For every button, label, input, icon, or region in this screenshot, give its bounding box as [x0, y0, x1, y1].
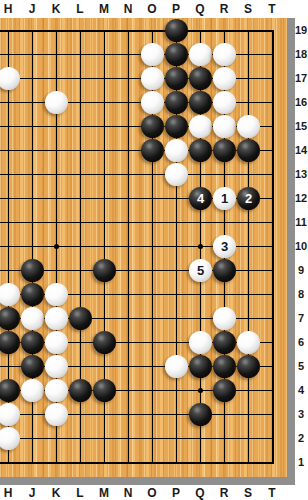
white-stone[interactable] [0, 427, 20, 450]
white-stone[interactable] [45, 91, 68, 114]
white-stone[interactable] [45, 403, 68, 426]
column-label: T [260, 485, 284, 500]
row-label: 15 [294, 118, 308, 134]
grid-line-horizontal [0, 222, 274, 223]
white-stone[interactable] [213, 67, 236, 90]
row-label: 10 [294, 238, 308, 254]
white-stone[interactable] [237, 115, 260, 138]
black-stone[interactable] [165, 67, 188, 90]
white-stone[interactable] [213, 43, 236, 66]
column-label: L [68, 1, 92, 17]
column-label: H [0, 1, 20, 17]
black-stone[interactable] [0, 331, 20, 354]
white-stone[interactable] [45, 283, 68, 306]
black-stone[interactable] [189, 139, 212, 162]
row-label: 19 [294, 22, 308, 38]
move-number: 4 [189, 187, 212, 210]
row-label: 18 [294, 46, 308, 62]
black-stone[interactable] [165, 19, 188, 42]
black-stone[interactable] [93, 379, 116, 402]
column-label: O [140, 1, 164, 17]
row-label: 12 [294, 190, 308, 206]
row-label: 4 [294, 382, 308, 398]
white-stone[interactable] [141, 43, 164, 66]
star-point [198, 244, 203, 249]
go-board[interactable]: 42135 [0, 18, 287, 477]
black-stone[interactable] [141, 115, 164, 138]
black-stone[interactable] [69, 379, 92, 402]
column-label: M [92, 1, 116, 17]
column-label: Q [188, 1, 212, 17]
black-stone[interactable] [213, 331, 236, 354]
column-label: K [44, 485, 68, 500]
white-stone[interactable] [21, 379, 44, 402]
white-stone[interactable] [189, 43, 212, 66]
black-stone[interactable] [93, 259, 116, 282]
column-label: L [68, 485, 92, 500]
white-stone[interactable] [45, 331, 68, 354]
board-edge-shadow-bottom [0, 477, 295, 485]
star-point [54, 244, 59, 249]
black-stone[interactable]: 2 [237, 187, 260, 210]
row-label: 9 [294, 262, 308, 278]
white-stone[interactable] [141, 91, 164, 114]
row-label: 13 [294, 166, 308, 182]
white-stone[interactable] [165, 355, 188, 378]
move-number: 1 [213, 187, 236, 210]
black-stone[interactable] [189, 91, 212, 114]
row-label: 11 [294, 214, 308, 230]
column-label: P [164, 1, 188, 17]
row-label: 8 [294, 286, 308, 302]
black-stone[interactable] [213, 355, 236, 378]
white-stone[interactable]: 1 [213, 187, 236, 210]
column-label: M [92, 485, 116, 500]
white-stone[interactable] [0, 403, 20, 426]
column-label: K [44, 1, 68, 17]
black-stone[interactable] [237, 139, 260, 162]
star-point [198, 388, 203, 393]
black-stone[interactable] [165, 91, 188, 114]
grid-line-vertical [272, 30, 274, 464]
black-stone[interactable] [21, 355, 44, 378]
black-stone[interactable] [0, 379, 20, 402]
grid-line-horizontal [0, 462, 274, 464]
row-label: 1 [294, 454, 308, 470]
row-label: 5 [294, 358, 308, 374]
black-stone[interactable] [237, 355, 260, 378]
black-stone[interactable] [0, 307, 20, 330]
white-stone[interactable] [165, 163, 188, 186]
row-label: 2 [294, 430, 308, 446]
move-number: 2 [237, 187, 260, 210]
black-stone[interactable] [165, 115, 188, 138]
row-label: 3 [294, 406, 308, 422]
row-label: 17 [294, 70, 308, 86]
black-stone[interactable] [141, 139, 164, 162]
grid-line-vertical [128, 30, 129, 464]
black-stone[interactable] [165, 43, 188, 66]
black-stone[interactable] [213, 379, 236, 402]
column-label: S [236, 485, 260, 500]
row-label: 7 [294, 310, 308, 326]
column-label: Q [188, 485, 212, 500]
column-label: O [140, 485, 164, 500]
white-stone[interactable] [213, 115, 236, 138]
black-stone[interactable] [21, 331, 44, 354]
column-label: N [116, 1, 140, 17]
grid-line-horizontal [0, 414, 274, 415]
white-stone[interactable] [21, 307, 44, 330]
black-stone[interactable] [213, 259, 236, 282]
black-stone[interactable] [213, 139, 236, 162]
column-label: T [260, 1, 284, 17]
black-stone[interactable] [69, 307, 92, 330]
white-stone[interactable] [237, 331, 260, 354]
white-stone[interactable]: 3 [213, 235, 236, 258]
white-stone[interactable] [45, 355, 68, 378]
black-stone[interactable] [21, 259, 44, 282]
black-stone[interactable] [21, 283, 44, 306]
grid-line-vertical [248, 30, 249, 464]
white-stone[interactable] [165, 139, 188, 162]
grid-line-horizontal [0, 30, 274, 32]
white-stone[interactable] [213, 307, 236, 330]
column-label: R [212, 485, 236, 500]
column-label: N [116, 485, 140, 500]
row-label: 6 [294, 334, 308, 350]
white-stone[interactable] [0, 67, 20, 90]
column-label: S [236, 1, 260, 17]
white-stone[interactable] [45, 307, 68, 330]
row-label: 16 [294, 94, 308, 110]
move-number: 5 [189, 259, 212, 282]
go-diagram: HJKLMNOPQRST 42135 191817161514131211109… [0, 0, 308, 500]
row-label: 14 [294, 142, 308, 158]
grid-line-horizontal [0, 174, 274, 175]
black-stone[interactable] [189, 67, 212, 90]
black-stone[interactable] [189, 403, 212, 426]
move-number: 3 [213, 235, 236, 258]
black-stone[interactable] [189, 355, 212, 378]
white-stone[interactable] [213, 91, 236, 114]
column-label: P [164, 485, 188, 500]
column-label: J [20, 485, 44, 500]
white-stone[interactable] [45, 379, 68, 402]
white-stone[interactable] [0, 283, 20, 306]
white-stone[interactable]: 5 [189, 259, 212, 282]
column-label: H [0, 485, 20, 500]
white-stone[interactable] [189, 115, 212, 138]
white-stone[interactable] [141, 67, 164, 90]
grid-line-horizontal [0, 438, 274, 439]
column-label: J [20, 1, 44, 17]
column-label: R [212, 1, 236, 17]
black-stone[interactable] [93, 331, 116, 354]
white-stone[interactable] [189, 331, 212, 354]
black-stone[interactable]: 4 [189, 187, 212, 210]
